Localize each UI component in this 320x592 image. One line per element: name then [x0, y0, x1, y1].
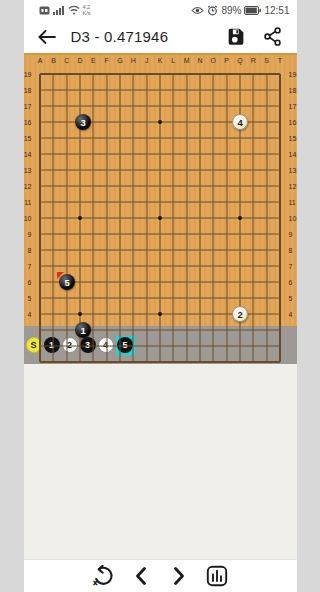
coord-label-Q: Q — [233, 55, 246, 66]
grid-vline — [199, 74, 200, 362]
coord-label-16: 16 — [24, 114, 34, 130]
coord-label-H: H — [127, 55, 140, 66]
coord-label-F: F — [100, 55, 113, 66]
bar-chart-icon — [205, 564, 229, 588]
wifi-icon — [68, 5, 80, 15]
coord-label-7: 7 — [287, 258, 297, 274]
coord-label-8: 8 — [287, 242, 297, 258]
coord-label-18: 18 — [287, 82, 297, 98]
stone-number: 4 — [237, 117, 242, 128]
stone-number: 3 — [80, 117, 85, 128]
save-button[interactable] — [224, 25, 248, 49]
coord-label-6: 6 — [287, 274, 297, 290]
stone-white-Q16[interactable]: 4 — [232, 114, 248, 130]
coord-label-O: O — [207, 55, 220, 66]
coord-label-11: 11 — [287, 194, 297, 210]
star-point-K10 — [158, 216, 162, 220]
coord-label-13: 13 — [24, 162, 34, 178]
status-left: 4.2 K/s — [39, 4, 91, 16]
eye-icon — [191, 6, 204, 15]
coord-label-D: D — [73, 55, 86, 66]
coords-left: 19181716151413121110987654321 — [24, 66, 34, 370]
coord-label-4: 4 — [24, 306, 34, 322]
coord-label-J: J — [140, 55, 153, 66]
network-speed-unit: K/s — [83, 10, 91, 16]
star-point-D4 — [78, 312, 82, 316]
stone-number: 5 — [64, 277, 69, 288]
coord-label-C: C — [60, 55, 73, 66]
coord-label-N: N — [193, 55, 206, 66]
grid-hline — [40, 361, 280, 363]
undo-icon: x — [91, 564, 115, 588]
coord-label-M: M — [180, 55, 193, 66]
coord-label-5: 5 — [24, 290, 34, 306]
star-point-K4 — [158, 312, 162, 316]
back-arrow-icon — [37, 29, 57, 45]
battery-icon — [244, 6, 261, 15]
next-move-button[interactable] — [166, 563, 192, 589]
undo-button[interactable]: x — [90, 563, 116, 589]
stone-black-C6[interactable]: 5 — [59, 274, 75, 290]
svg-text:x: x — [93, 578, 97, 587]
coord-label-16: 16 — [287, 114, 297, 130]
alarm-icon — [207, 5, 218, 16]
grid-hline — [40, 346, 280, 347]
previous-move-button[interactable] — [128, 563, 154, 589]
coord-label-18: 18 — [24, 82, 34, 98]
coord-label-14: 14 — [24, 146, 34, 162]
coord-label-T: T — [273, 55, 286, 66]
coord-label-13: 13 — [287, 162, 297, 178]
coord-label-G: G — [113, 55, 126, 66]
coord-label-10: 10 — [287, 210, 297, 226]
stone-number: 2 — [237, 309, 242, 320]
app-bar: D3 - 0.471946 — [24, 20, 297, 53]
goban[interactable]: 12345 — [34, 66, 287, 370]
coord-label-19: 19 — [24, 66, 34, 82]
grid-hline — [40, 250, 280, 251]
coord-label-14: 14 — [287, 146, 297, 162]
analysis-chart-button[interactable] — [204, 563, 230, 589]
bottom-toolbar: x — [24, 559, 297, 592]
coord-label-P: P — [220, 55, 233, 66]
phone-screen: 4.2 K/s 89% 12:51 D3 - 0.471946 — [24, 0, 297, 592]
grid-hline — [40, 282, 280, 283]
coord-label-B: B — [47, 55, 60, 66]
share-icon — [262, 26, 283, 47]
coord-label-15: 15 — [287, 130, 297, 146]
grid-hline — [40, 266, 280, 267]
save-icon — [225, 26, 246, 47]
coords-right: 19181716151413121110987654321 — [287, 66, 297, 370]
content-spacer — [24, 364, 297, 559]
clock-time: 12:51 — [264, 5, 289, 16]
coord-label-19: 19 — [287, 66, 297, 82]
coord-label-17: 17 — [24, 98, 34, 114]
grid-vline — [213, 74, 214, 362]
coords-top: ABCDEFGHJKLMNOPQRST — [34, 55, 287, 66]
stone-black-D16[interactable]: 3 — [75, 114, 91, 130]
coord-label-7: 7 — [24, 258, 34, 274]
status-right: 89% 12:51 — [191, 5, 289, 16]
chevron-left-icon — [130, 564, 152, 588]
grid-vline — [173, 74, 174, 362]
grid-vline — [226, 74, 227, 362]
coord-label-11: 11 — [24, 194, 34, 210]
stone-white-Q4[interactable]: 2 — [232, 306, 248, 322]
signal-icon — [53, 5, 65, 15]
stone-number: 1 — [80, 325, 85, 336]
grid-hline — [40, 234, 280, 235]
coord-label-10: 10 — [24, 210, 34, 226]
page-title: D3 - 0.471946 — [71, 28, 169, 45]
coord-label-17: 17 — [287, 98, 297, 114]
battery-percent: 89% — [221, 5, 241, 16]
star-point-Q10 — [238, 216, 242, 220]
coord-label-6: 6 — [24, 274, 34, 290]
coord-label-9: 9 — [287, 226, 297, 242]
coord-label-9: 9 — [24, 226, 34, 242]
coord-label-L: L — [167, 55, 180, 66]
grid-vline — [186, 74, 187, 362]
coord-label-15: 15 — [24, 130, 34, 146]
back-button[interactable] — [34, 24, 60, 50]
coord-label-A: A — [34, 55, 47, 66]
coord-label-5: 5 — [287, 290, 297, 306]
coord-label-K: K — [153, 55, 166, 66]
chevron-right-icon — [168, 564, 190, 588]
sim-badge-icon — [39, 6, 50, 15]
star-point-K16 — [158, 120, 162, 124]
last-move-marker — [57, 272, 64, 279]
network-speed: 4.2 K/s — [83, 4, 91, 16]
board-mid: 19181716151413121110987654321 12345 1918… — [24, 66, 297, 370]
coord-label-S: S — [260, 55, 273, 66]
coord-label-12: 12 — [287, 178, 297, 194]
app-actions — [224, 25, 285, 49]
star-point-D10 — [78, 216, 82, 220]
share-button[interactable] — [261, 25, 285, 49]
coord-label-12: 12 — [24, 178, 34, 194]
stone-black-D3[interactable]: 1 — [75, 322, 91, 338]
go-board: ABCDEFGHJKLMNOPQRST 19181716151413121110… — [24, 53, 297, 326]
status-bar: 4.2 K/s 89% 12:51 — [24, 0, 297, 20]
coord-label-R: R — [247, 55, 260, 66]
grid-hline — [40, 298, 280, 299]
coord-label-4: 4 — [287, 306, 297, 322]
coord-label-8: 8 — [24, 242, 34, 258]
coord-label-E: E — [87, 55, 100, 66]
grid-vline — [266, 74, 267, 362]
grid-vline — [253, 74, 254, 362]
grid-vline — [279, 74, 281, 362]
